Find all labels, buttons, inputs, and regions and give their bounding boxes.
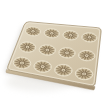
product-photo-muffin-pan (0, 0, 110, 110)
pan-illustration (0, 0, 110, 110)
